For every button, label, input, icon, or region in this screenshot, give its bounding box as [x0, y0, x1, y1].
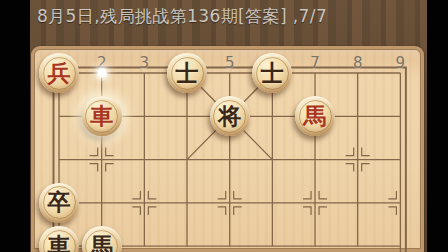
piece-character: 馬 [304, 105, 327, 128]
file-label-9: 9 [396, 54, 406, 72]
file-label-3: 3 [140, 54, 150, 72]
last-move-origin-marker [98, 69, 106, 77]
piece-character: 卒 [48, 191, 71, 214]
page-title: 8月5日,残局挑战第136期[答案] ,7/7 [37, 5, 327, 28]
piece-character: 兵 [48, 62, 71, 85]
letterbox-right [427, 0, 448, 252]
piece-character: 将 [218, 105, 241, 128]
piece-red-soldier[interactable]: 兵 [39, 53, 79, 93]
piece-red-chariot[interactable]: 車 [82, 96, 122, 136]
letterbox-left [0, 0, 30, 252]
piece-character: 士 [261, 62, 284, 85]
piece-black-advisor[interactable]: 士 [167, 53, 207, 93]
board-panel[interactable] [31, 46, 424, 252]
file-label-8: 8 [353, 54, 363, 72]
file-label-7: 7 [310, 54, 320, 72]
game-screenshot: 8月5日,残局挑战第136期[答案] ,7/7 123456789 兵士士車将馬… [0, 0, 448, 252]
piece-character: 馬 [90, 235, 113, 252]
file-label-5: 5 [225, 54, 235, 72]
piece-black-general[interactable]: 将 [210, 96, 250, 136]
piece-character: 士 [176, 62, 199, 85]
piece-black-soldier[interactable]: 卒 [39, 183, 79, 223]
piece-character: 車 [90, 105, 113, 128]
piece-character: 車 [48, 235, 71, 252]
